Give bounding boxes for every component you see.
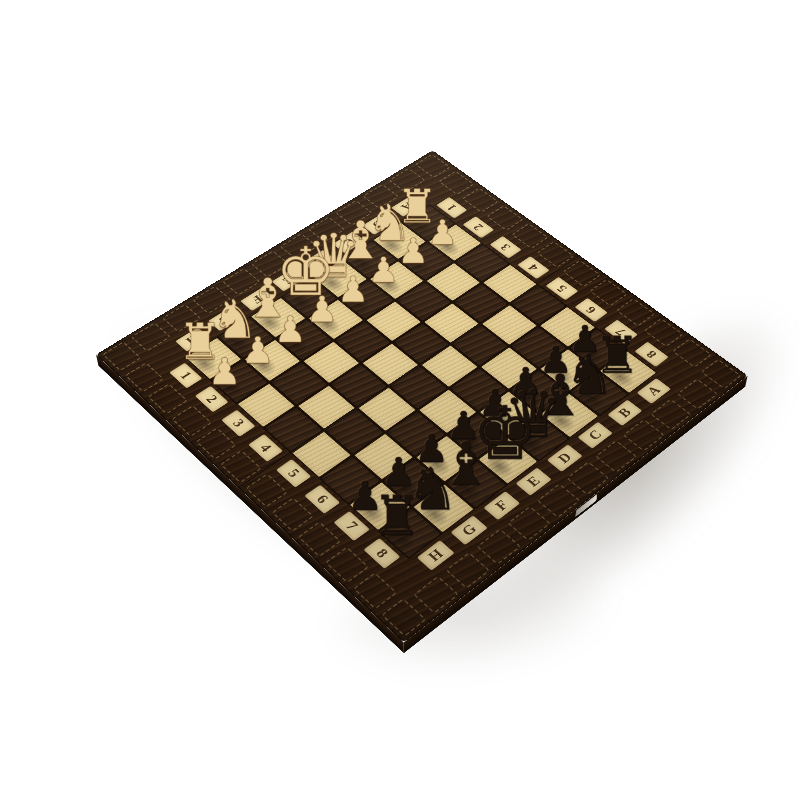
square-e3 [334,320,392,363]
piece-white-pawn-h2: ♟ [203,354,246,389]
stitch-cell [131,322,171,351]
photo-stage: 1122334455667788AABBCCDDEEFFGGHH♜♟♟♜♞♟♟♞… [0,0,800,800]
piece-black-rook-h8: ♜ [372,490,418,542]
square-d5 [420,344,479,388]
stitch-cell [672,338,712,368]
stitch-cell [486,205,523,230]
chess-board: 1122334455667788AABBCCDDEEFFGGHH♜♟♟♜♞♟♟♞… [96,150,748,642]
stitch-cell [462,188,499,213]
stitch-cell [438,171,474,195]
board-face: 1122334455667788AABBCCDDEEFFGGHH♜♟♟♜♞♟♟♞… [96,150,748,642]
